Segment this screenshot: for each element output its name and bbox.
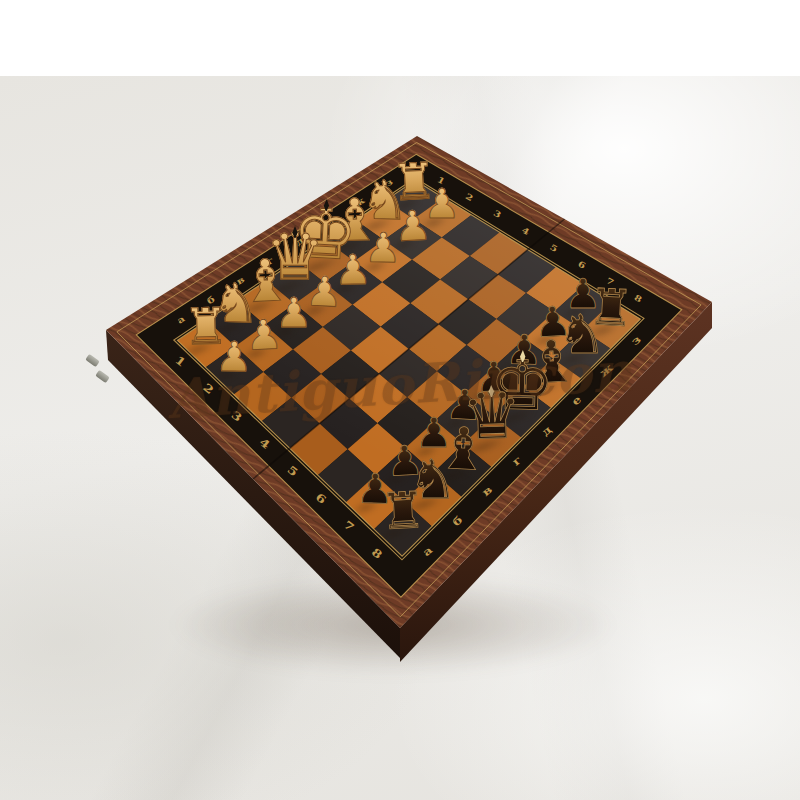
page: { "game": "chess", "scene": { "descripti… — [0, 0, 800, 800]
